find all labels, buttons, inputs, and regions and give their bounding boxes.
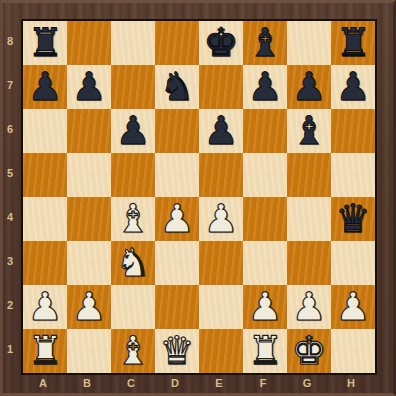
- square-f4[interactable]: [243, 197, 287, 241]
- square-e3[interactable]: [199, 241, 243, 285]
- square-g5[interactable]: [287, 153, 331, 197]
- square-d6[interactable]: [155, 109, 199, 153]
- piece-white-pawn[interactable]: ♟: [199, 197, 243, 241]
- square-f8[interactable]: ♝: [243, 21, 287, 65]
- piece-black-bishop[interactable]: ♝: [243, 21, 287, 65]
- square-c7[interactable]: [111, 65, 155, 109]
- square-c2[interactable]: [111, 285, 155, 329]
- square-e4[interactable]: ♟: [199, 197, 243, 241]
- square-b5[interactable]: [67, 153, 111, 197]
- rank-label-8: 8: [0, 19, 20, 63]
- rank-label-6: 6: [0, 107, 20, 151]
- square-a3[interactable]: [23, 241, 67, 285]
- square-a5[interactable]: [23, 153, 67, 197]
- square-b3[interactable]: [67, 241, 111, 285]
- file-label-a: A: [21, 373, 65, 393]
- square-d3[interactable]: [155, 241, 199, 285]
- square-g8[interactable]: [287, 21, 331, 65]
- square-h2[interactable]: ♟: [331, 285, 375, 329]
- file-label-g: G: [285, 373, 329, 393]
- piece-black-pawn[interactable]: ♟: [23, 65, 67, 109]
- piece-white-king[interactable]: ♚: [287, 329, 331, 373]
- square-h6[interactable]: [331, 109, 375, 153]
- piece-black-rook[interactable]: ♜: [23, 21, 67, 65]
- square-g2[interactable]: ♟: [287, 285, 331, 329]
- square-d7[interactable]: ♞: [155, 65, 199, 109]
- square-g7[interactable]: ♟: [287, 65, 331, 109]
- piece-white-pawn[interactable]: ♟: [155, 197, 199, 241]
- square-b4[interactable]: [67, 197, 111, 241]
- square-b6[interactable]: [67, 109, 111, 153]
- square-a1[interactable]: ♜: [23, 329, 67, 373]
- piece-black-knight[interactable]: ♞: [155, 65, 199, 109]
- square-c4[interactable]: ♝: [111, 197, 155, 241]
- square-g4[interactable]: [287, 197, 331, 241]
- square-f7[interactable]: ♟: [243, 65, 287, 109]
- piece-black-pawn[interactable]: ♟: [199, 109, 243, 153]
- square-b7[interactable]: ♟: [67, 65, 111, 109]
- square-f6[interactable]: [243, 109, 287, 153]
- square-e1[interactable]: [199, 329, 243, 373]
- piece-black-queen[interactable]: ♛: [331, 197, 375, 241]
- square-f5[interactable]: [243, 153, 287, 197]
- piece-black-pawn[interactable]: ♟: [67, 65, 111, 109]
- square-c3[interactable]: ♞: [111, 241, 155, 285]
- piece-white-pawn[interactable]: ♟: [287, 285, 331, 329]
- square-b2[interactable]: ♟: [67, 285, 111, 329]
- piece-white-pawn[interactable]: ♟: [23, 285, 67, 329]
- chess-board: ♜♚♝♜♟♟♞♟♟♟♟♟♝♝♟♟♛♞♟♟♟♟♟♜♝♛♜♚: [21, 19, 377, 375]
- square-d1[interactable]: ♛: [155, 329, 199, 373]
- file-label-f: F: [241, 373, 285, 393]
- square-d8[interactable]: [155, 21, 199, 65]
- square-f2[interactable]: ♟: [243, 285, 287, 329]
- square-a2[interactable]: ♟: [23, 285, 67, 329]
- file-label-b: B: [65, 373, 109, 393]
- square-h7[interactable]: ♟: [331, 65, 375, 109]
- square-b1[interactable]: [67, 329, 111, 373]
- square-g6[interactable]: ♝: [287, 109, 331, 153]
- square-e7[interactable]: [199, 65, 243, 109]
- file-label-d: D: [153, 373, 197, 393]
- square-c1[interactable]: ♝: [111, 329, 155, 373]
- square-e2[interactable]: [199, 285, 243, 329]
- file-label-e: E: [197, 373, 241, 393]
- rank-label-1: 1: [0, 327, 20, 371]
- square-h3[interactable]: [331, 241, 375, 285]
- piece-black-bishop[interactable]: ♝: [287, 109, 331, 153]
- piece-black-pawn[interactable]: ♟: [111, 109, 155, 153]
- square-g3[interactable]: [287, 241, 331, 285]
- piece-black-pawn[interactable]: ♟: [331, 65, 375, 109]
- square-c8[interactable]: [111, 21, 155, 65]
- square-d2[interactable]: [155, 285, 199, 329]
- piece-black-rook[interactable]: ♜: [331, 21, 375, 65]
- square-h5[interactable]: [331, 153, 375, 197]
- square-e8[interactable]: ♚: [199, 21, 243, 65]
- square-h1[interactable]: [331, 329, 375, 373]
- piece-white-rook[interactable]: ♜: [23, 329, 67, 373]
- piece-white-queen[interactable]: ♛: [155, 329, 199, 373]
- rank-label-4: 4: [0, 195, 20, 239]
- piece-white-bishop[interactable]: ♝: [111, 329, 155, 373]
- square-b8[interactable]: [67, 21, 111, 65]
- square-a8[interactable]: ♜: [23, 21, 67, 65]
- piece-white-bishop[interactable]: ♝: [111, 197, 155, 241]
- square-d4[interactable]: ♟: [155, 197, 199, 241]
- square-h4[interactable]: ♛: [331, 197, 375, 241]
- piece-white-knight[interactable]: ♞: [111, 241, 155, 285]
- square-h8[interactable]: ♜: [331, 21, 375, 65]
- file-label-c: C: [109, 373, 153, 393]
- square-e5[interactable]: [199, 153, 243, 197]
- rank-label-3: 3: [0, 239, 20, 283]
- chess-app: 87654321 ABCDEFGH ♜♚♝♜♟♟♞♟♟♟♟♟♝♝♟♟♛♞♟♟♟♟…: [0, 0, 396, 396]
- square-f3[interactable]: [243, 241, 287, 285]
- square-a7[interactable]: ♟: [23, 65, 67, 109]
- rank-label-2: 2: [0, 283, 20, 327]
- rank-label-7: 7: [0, 63, 20, 107]
- square-c6[interactable]: ♟: [111, 109, 155, 153]
- piece-black-pawn[interactable]: ♟: [243, 65, 287, 109]
- piece-white-pawn[interactable]: ♟: [67, 285, 111, 329]
- rank-labels: 87654321: [0, 19, 21, 375]
- square-f1[interactable]: ♜: [243, 329, 287, 373]
- file-label-h: H: [329, 373, 373, 393]
- rank-label-5: 5: [0, 151, 20, 195]
- square-g1[interactable]: ♚: [287, 329, 331, 373]
- piece-white-rook[interactable]: ♜: [243, 329, 287, 373]
- piece-white-pawn[interactable]: ♟: [331, 285, 375, 329]
- piece-white-pawn[interactable]: ♟: [243, 285, 287, 329]
- square-e6[interactable]: ♟: [199, 109, 243, 153]
- square-d5[interactable]: [155, 153, 199, 197]
- square-c5[interactable]: [111, 153, 155, 197]
- file-labels: ABCDEFGH: [21, 373, 377, 395]
- square-a4[interactable]: [23, 197, 67, 241]
- piece-black-pawn[interactable]: ♟: [287, 65, 331, 109]
- square-a6[interactable]: [23, 109, 67, 153]
- piece-black-king[interactable]: ♚: [199, 21, 243, 65]
